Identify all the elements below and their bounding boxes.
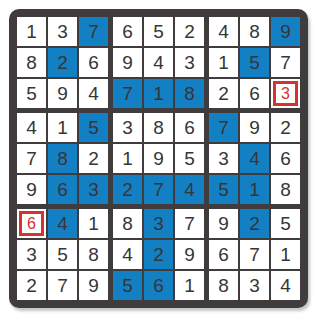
cell-r9c8[interactable]: 3 xyxy=(240,271,269,300)
cell-r7c8[interactable]: 2 xyxy=(240,209,269,238)
cell-digit: 6 xyxy=(218,245,229,264)
cell-digit: 9 xyxy=(57,84,68,103)
cell-digit: 6 xyxy=(88,53,99,72)
cell-digit: 2 xyxy=(57,53,68,72)
cell-digit: 5 xyxy=(184,149,195,168)
cell-digit: 5 xyxy=(249,53,260,72)
cell-digit: 7 xyxy=(122,84,133,103)
cell-r3c5[interactable]: 1 xyxy=(144,79,173,108)
board-row-5: 782195346 xyxy=(17,144,300,173)
cell-r7c7[interactable]: 9 xyxy=(209,209,238,238)
cell-r7c2[interactable]: 4 xyxy=(48,209,77,238)
cell-digit: 4 xyxy=(122,245,133,264)
cell-r1c8[interactable]: 8 xyxy=(240,17,269,46)
cell-r4c8[interactable]: 9 xyxy=(240,113,269,142)
cell-digit: 4 xyxy=(249,149,260,168)
cell-r4c1[interactable]: 4 xyxy=(17,113,46,142)
cell-r5c2[interactable]: 8 xyxy=(48,144,77,173)
cell-r8c9[interactable]: 1 xyxy=(271,240,300,269)
cell-r1c4[interactable]: 6 xyxy=(113,17,142,46)
cell-digit: 2 xyxy=(153,245,164,264)
board-row-4: 415386792 xyxy=(17,113,300,142)
cell-digit: 3 xyxy=(88,180,99,199)
cell-digit: 1 xyxy=(122,149,133,168)
cell-digit: 5 xyxy=(88,118,99,137)
cell-digit: 7 xyxy=(88,22,99,41)
cell-r2c4[interactable]: 9 xyxy=(113,48,142,77)
cell-digit: 5 xyxy=(122,276,133,295)
cell-digit: 8 xyxy=(184,84,195,103)
cell-r3c9[interactable]: 3 xyxy=(271,79,300,108)
cell-r2c5[interactable]: 4 xyxy=(144,48,173,77)
cell-digit: 3 xyxy=(184,53,195,72)
board-row-6: 963274518 xyxy=(17,175,300,204)
cell-digit: 1 xyxy=(57,118,68,137)
cell-r9c1[interactable]: 2 xyxy=(17,271,46,300)
cell-digit: 7 xyxy=(218,118,229,137)
cell-r9c4[interactable]: 5 xyxy=(113,271,142,300)
cell-r8c3[interactable]: 8 xyxy=(79,240,108,269)
cell-digit: 5 xyxy=(26,84,37,103)
cell-digit: 6 xyxy=(249,84,260,103)
cell-r1c6[interactable]: 2 xyxy=(175,17,204,46)
sudoku-frame: 1376524898269431575947182634153867927821… xyxy=(9,9,308,308)
cell-r5c6[interactable]: 5 xyxy=(175,144,204,173)
cell-r6c3[interactable]: 3 xyxy=(79,175,108,204)
cell-r8c2[interactable]: 5 xyxy=(48,240,77,269)
cell-digit: 5 xyxy=(57,245,68,264)
cell-digit: 1 xyxy=(249,180,260,199)
cell-r5c8[interactable]: 4 xyxy=(240,144,269,173)
cell-digit: 8 xyxy=(88,245,99,264)
cell-r6c9[interactable]: 8 xyxy=(271,175,300,204)
cell-r5c7[interactable]: 3 xyxy=(209,144,238,173)
cell-digit: 2 xyxy=(122,180,133,199)
cell-r9c9[interactable]: 4 xyxy=(271,271,300,300)
cell-r4c7[interactable]: 7 xyxy=(209,113,238,142)
cell-digit: 1 xyxy=(218,53,229,72)
cell-r2c6[interactable]: 3 xyxy=(175,48,204,77)
cell-digit: 6 xyxy=(280,149,291,168)
cell-r8c4[interactable]: 4 xyxy=(113,240,142,269)
cell-r4c6[interactable]: 6 xyxy=(175,113,204,142)
cell-r5c3[interactable]: 2 xyxy=(79,144,108,173)
cell-r6c2[interactable]: 6 xyxy=(48,175,77,204)
cell-digit: 8 xyxy=(249,22,260,41)
cell-r4c3[interactable]: 5 xyxy=(79,113,108,142)
cell-r1c1[interactable]: 1 xyxy=(17,17,46,46)
cell-r6c6[interactable]: 4 xyxy=(175,175,204,204)
cell-r3c3[interactable]: 4 xyxy=(79,79,108,108)
cell-digit: 9 xyxy=(218,214,229,233)
cell-r4c4[interactable]: 3 xyxy=(113,113,142,142)
cell-r9c2[interactable]: 7 xyxy=(48,271,77,300)
board-row-8: 358429671 xyxy=(17,240,300,269)
cell-r6c1[interactable]: 9 xyxy=(17,175,46,204)
cell-digit: 3 xyxy=(26,245,37,264)
board-row-7: 641837925 xyxy=(17,209,300,238)
cell-digit: 8 xyxy=(57,149,68,168)
cell-digit: 4 xyxy=(184,180,195,199)
cell-digit: 8 xyxy=(153,118,164,137)
cell-digit: 6 xyxy=(27,216,36,232)
cell-digit: 4 xyxy=(88,84,99,103)
cell-r7c1[interactable]: 6 xyxy=(17,209,46,238)
cell-digit: 9 xyxy=(122,53,133,72)
cell-digit: 6 xyxy=(57,180,68,199)
cell-digit: 1 xyxy=(153,84,164,103)
cell-digit: 2 xyxy=(26,276,37,295)
cell-digit: 8 xyxy=(122,214,133,233)
cell-digit: 3 xyxy=(57,22,68,41)
cell-digit: 6 xyxy=(122,22,133,41)
cell-r6c7[interactable]: 5 xyxy=(209,175,238,204)
cell-digit: 7 xyxy=(26,149,37,168)
cell-r4c2[interactable]: 1 xyxy=(48,113,77,142)
cell-digit: 5 xyxy=(280,214,291,233)
cell-r2c7[interactable]: 1 xyxy=(209,48,238,77)
cell-digit: 3 xyxy=(153,214,164,233)
cell-digit: 6 xyxy=(184,118,195,137)
cell-r2c9[interactable]: 7 xyxy=(271,48,300,77)
cell-r5c9[interactable]: 6 xyxy=(271,144,300,173)
cell-r1c2[interactable]: 3 xyxy=(48,17,77,46)
cell-digit: 1 xyxy=(26,22,37,41)
cell-r9c6[interactable]: 1 xyxy=(175,271,204,300)
cell-digit: 7 xyxy=(153,180,164,199)
board-row-3: 594718263 xyxy=(17,79,300,108)
cell-digit: 2 xyxy=(184,22,195,41)
cell-r1c9[interactable]: 9 xyxy=(271,17,300,46)
cell-digit: 3 xyxy=(281,86,290,102)
cell-digit: 7 xyxy=(57,276,68,295)
cell-digit: 2 xyxy=(280,118,291,137)
cell-r6c4[interactable]: 2 xyxy=(113,175,142,204)
cell-r4c5[interactable]: 8 xyxy=(144,113,173,142)
cell-r8c8[interactable]: 7 xyxy=(240,240,269,269)
cell-digit: 7 xyxy=(280,53,291,72)
cell-r3c4[interactable]: 7 xyxy=(113,79,142,108)
cell-digit: 9 xyxy=(249,118,260,137)
cell-r2c8[interactable]: 5 xyxy=(240,48,269,77)
cell-r9c5[interactable]: 6 xyxy=(144,271,173,300)
cell-digit: 9 xyxy=(280,22,291,41)
cell-digit: 9 xyxy=(153,149,164,168)
cell-r3c8[interactable]: 6 xyxy=(240,79,269,108)
cell-r8c1[interactable]: 3 xyxy=(17,240,46,269)
cell-digit: 6 xyxy=(153,276,164,295)
cell-digit: 1 xyxy=(88,214,99,233)
cell-digit: 4 xyxy=(26,118,37,137)
cell-r7c3[interactable]: 1 xyxy=(79,209,108,238)
cell-digit: 2 xyxy=(88,149,99,168)
cell-digit: 8 xyxy=(26,53,37,72)
cell-r3c1[interactable]: 5 xyxy=(17,79,46,108)
sudoku-board: 1376524898269431575947182634153867927821… xyxy=(17,17,300,300)
cell-r9c7[interactable]: 8 xyxy=(209,271,238,300)
cell-r7c5[interactable]: 3 xyxy=(144,209,173,238)
cell-r3c6[interactable]: 8 xyxy=(175,79,204,108)
cell-r1c7[interactable]: 4 xyxy=(209,17,238,46)
cell-r1c5[interactable]: 5 xyxy=(144,17,173,46)
cell-r5c5[interactable]: 9 xyxy=(144,144,173,173)
cell-digit: 9 xyxy=(184,245,195,264)
cell-digit: 4 xyxy=(218,22,229,41)
cell-r3c2[interactable]: 9 xyxy=(48,79,77,108)
cell-r2c3[interactable]: 6 xyxy=(79,48,108,77)
cell-r6c8[interactable]: 1 xyxy=(240,175,269,204)
cell-r8c5[interactable]: 2 xyxy=(144,240,173,269)
cell-digit: 5 xyxy=(218,180,229,199)
cell-r1c3[interactable]: 7 xyxy=(79,17,108,46)
cell-digit: 3 xyxy=(122,118,133,137)
cell-r5c1[interactable]: 7 xyxy=(17,144,46,173)
cell-r2c1[interactable]: 8 xyxy=(17,48,46,77)
cell-digit: 4 xyxy=(57,214,68,233)
cell-r6c5[interactable]: 7 xyxy=(144,175,173,204)
board-row-1: 137652489 xyxy=(17,17,300,46)
cell-r2c2[interactable]: 2 xyxy=(48,48,77,77)
cell-digit: 9 xyxy=(88,276,99,295)
cell-r5c4[interactable]: 1 xyxy=(113,144,142,173)
cell-r7c6[interactable]: 7 xyxy=(175,209,204,238)
cell-digit: 3 xyxy=(218,149,229,168)
cell-digit: 4 xyxy=(153,53,164,72)
cell-digit: 9 xyxy=(26,180,37,199)
board-row-9: 279561834 xyxy=(17,271,300,300)
cell-digit: 1 xyxy=(184,276,195,295)
cell-digit: 7 xyxy=(184,214,195,233)
cell-digit: 8 xyxy=(218,276,229,295)
board-row-2: 826943157 xyxy=(17,48,300,77)
cell-r8c7[interactable]: 6 xyxy=(209,240,238,269)
cell-r7c9[interactable]: 5 xyxy=(271,209,300,238)
cell-digit: 3 xyxy=(249,276,260,295)
cell-digit: 8 xyxy=(280,180,291,199)
cell-digit: 4 xyxy=(280,276,291,295)
cell-r4c9[interactable]: 2 xyxy=(271,113,300,142)
cell-r3c7[interactable]: 2 xyxy=(209,79,238,108)
cell-digit: 7 xyxy=(249,245,260,264)
cell-r8c6[interactable]: 9 xyxy=(175,240,204,269)
cell-r9c3[interactable]: 9 xyxy=(79,271,108,300)
cell-digit: 2 xyxy=(218,84,229,103)
cell-digit: 1 xyxy=(280,245,291,264)
cell-digit: 2 xyxy=(249,214,260,233)
cell-r7c4[interactable]: 8 xyxy=(113,209,142,238)
cell-digit: 5 xyxy=(153,22,164,41)
